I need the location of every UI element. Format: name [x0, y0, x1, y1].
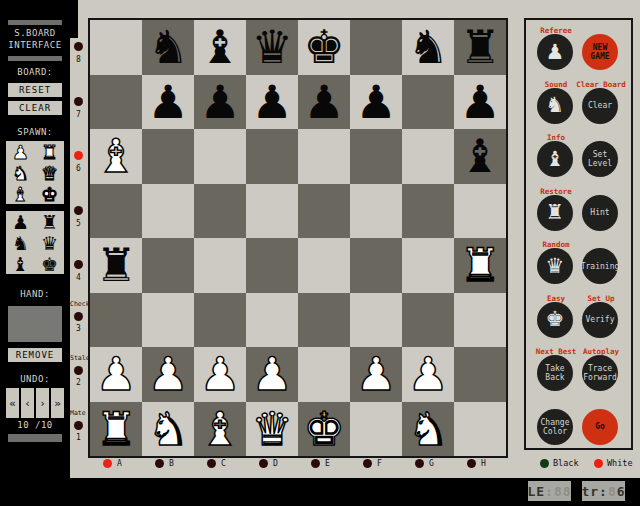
square-f6[interactable] [350, 129, 402, 184]
spawn-white-rook[interactable]: ♜ [41, 142, 58, 162]
spawn-black-knight[interactable]: ♞ [12, 233, 29, 253]
lcd-trace-display: tr:86 [582, 481, 625, 501]
lcd-trace-label: tr: [581, 484, 607, 499]
square-d5[interactable] [246, 184, 298, 239]
white-bishop-piece[interactable]: ♝ [95, 129, 136, 183]
white-king-piece[interactable]: ♚ [303, 402, 344, 456]
spawn-section-label: SPAWN: [0, 127, 70, 137]
square-b6[interactable] [142, 129, 194, 184]
square-e6[interactable] [298, 129, 350, 184]
referee-button[interactable]: ♟ [537, 34, 573, 70]
square-a7[interactable] [90, 75, 142, 130]
redo-button[interactable]: › [36, 388, 49, 418]
hint-button[interactable]: Hint [582, 195, 618, 231]
file-led-d [259, 459, 268, 468]
spawn-white-king[interactable]: ♚ [41, 184, 58, 204]
square-h1[interactable] [454, 402, 506, 457]
black-pawn-piece[interactable]: ♟ [251, 75, 292, 129]
square-g8[interactable]: ♞ [402, 20, 454, 75]
spawn-black-bishop[interactable]: ♝ [12, 254, 29, 274]
change-color-button[interactable]: Change Color [537, 409, 573, 445]
square-g2[interactable]: ♟ [402, 347, 454, 402]
divider-bar [8, 56, 62, 61]
white-knight-piece[interactable]: ♞ [147, 402, 188, 456]
rank-led-4 [74, 260, 83, 269]
file-led-e [311, 459, 320, 468]
rank-led-6 [74, 151, 83, 160]
rank-led-7 [74, 97, 83, 106]
square-c1[interactable]: ♝ [194, 402, 246, 457]
black-knight-piece[interactable]: ♞ [147, 20, 188, 74]
white-rook-piece[interactable]: ♜ [95, 402, 136, 456]
square-d1[interactable]: ♛ [246, 402, 298, 457]
rook-icon: ♜ [546, 202, 565, 223]
divider-bar [8, 434, 62, 442]
rank-led-3 [74, 312, 83, 321]
redo-all-button[interactable]: » [51, 388, 64, 418]
undo-controls: «‹›» [6, 388, 64, 418]
clear-button[interactable]: CLEAR [8, 101, 62, 115]
square-a2[interactable]: ♟ [90, 347, 142, 402]
square-f5[interactable] [350, 184, 402, 239]
square-e4[interactable] [298, 238, 350, 293]
verify-button[interactable]: Verify [582, 302, 618, 338]
square-a3[interactable] [90, 293, 142, 348]
file-coordinate-g: G [429, 459, 434, 468]
bishop-icon: ♝ [546, 149, 565, 170]
undo-all-button[interactable]: « [6, 388, 19, 418]
square-b4[interactable] [142, 238, 194, 293]
bottom-strip: LE:88 tr:86 [0, 478, 640, 506]
training-button[interactable]: Training [582, 248, 618, 284]
square-c8[interactable]: ♝ [194, 20, 246, 75]
undo-section-label: UNDO: [0, 374, 70, 384]
square-g3[interactable] [402, 293, 454, 348]
square-c3[interactable] [194, 293, 246, 348]
rank-led-8 [74, 42, 83, 51]
square-e2[interactable] [298, 347, 350, 402]
square-c7[interactable]: ♟ [194, 75, 246, 130]
square-h7[interactable]: ♟ [454, 75, 506, 130]
square-b8[interactable]: ♞ [142, 20, 194, 75]
black-rook-piece[interactable]: ♜ [459, 20, 500, 74]
queen-icon: ♛ [546, 256, 565, 277]
new-game-button[interactable]: NEW GAME [582, 34, 618, 70]
trace-forward-button[interactable]: Trace Forward [582, 355, 618, 391]
file-led-a [103, 459, 112, 468]
square-a4[interactable]: ♜ [90, 238, 142, 293]
square-a6[interactable]: ♝ [90, 129, 142, 184]
square-b1[interactable]: ♞ [142, 402, 194, 457]
square-a5[interactable] [90, 184, 142, 239]
black-bishop-piece[interactable]: ♝ [459, 129, 500, 183]
rank-coordinate-6: 6 [76, 164, 81, 173]
remove-button[interactable]: REMOVE [8, 348, 62, 362]
square-e7[interactable]: ♟ [298, 75, 350, 130]
white-pawn-piece[interactable]: ♟ [251, 347, 292, 401]
black-pawn-piece[interactable]: ♟ [147, 75, 188, 129]
square-f8[interactable] [350, 20, 402, 75]
white-pawn-piece[interactable]: ♟ [147, 347, 188, 401]
rank-coordinate-1: 1 [76, 433, 81, 442]
file-led-f [363, 459, 372, 468]
square-b2[interactable]: ♟ [142, 347, 194, 402]
square-c6[interactable] [194, 129, 246, 184]
file-coordinate-b: B [169, 459, 174, 468]
square-d7[interactable]: ♟ [246, 75, 298, 130]
legend-white-led [594, 459, 603, 468]
square-g5[interactable] [402, 184, 454, 239]
rank-coordinate-2: 2 [76, 378, 81, 387]
chess-board[interactable]: ♞♝♛♚♞♜♟♟♟♟♟♟♝♝♜♜♟♟♟♟♟♟♜♞♝♛♚♞ [88, 18, 508, 458]
spawn-white-bishop[interactable]: ♝ [12, 184, 29, 204]
lcd-level-display: LE:88 [528, 481, 571, 501]
square-h3[interactable] [454, 293, 506, 348]
legend-black-label: Black [553, 458, 579, 468]
file-led-b [155, 459, 164, 468]
status-label-mate: Mate [70, 409, 86, 417]
sound-button[interactable]: ♞ [537, 88, 573, 124]
rank-coordinate-4: 4 [76, 273, 81, 282]
knight-icon: ♞ [546, 95, 565, 116]
square-h2[interactable] [454, 347, 506, 402]
black-queen-piece[interactable]: ♛ [251, 20, 292, 74]
spawn-palette-white: ♟♜♞♛♝♚ [6, 141, 64, 204]
spawn-palette-black: ♟♜♞♛♝♚ [6, 211, 64, 274]
rank-coordinate-5: 5 [76, 219, 81, 228]
square-h4[interactable]: ♜ [454, 238, 506, 293]
spawn-white-queen[interactable]: ♛ [41, 163, 58, 183]
black-pawn-piece[interactable]: ♟ [459, 75, 500, 129]
file-coordinate-h: H [481, 459, 486, 468]
restore-button[interactable]: ♜ [537, 195, 573, 231]
black-knight-piece[interactable]: ♞ [407, 20, 448, 74]
black-pawn-piece[interactable]: ♟ [303, 75, 344, 129]
king-icon: ♚ [546, 309, 565, 330]
white-pawn-piece[interactable]: ♟ [355, 347, 396, 401]
black-pawn-piece[interactable]: ♟ [199, 75, 240, 129]
rank-led-1 [74, 421, 83, 430]
square-d8[interactable]: ♛ [246, 20, 298, 75]
square-e1[interactable]: ♚ [298, 402, 350, 457]
square-f7[interactable]: ♟ [350, 75, 402, 130]
square-d4[interactable] [246, 238, 298, 293]
white-bishop-piece[interactable]: ♝ [199, 402, 240, 456]
status-label-check: Check [70, 300, 90, 308]
file-led-c [207, 459, 216, 468]
black-bishop-piece[interactable]: ♝ [199, 20, 240, 74]
white-knight-piece[interactable]: ♞ [407, 402, 448, 456]
rank-coordinate-8: 8 [76, 55, 81, 64]
status-label-stale: Stale [70, 354, 90, 362]
rank-coordinate-3: 3 [76, 324, 81, 333]
spawn-white-knight[interactable]: ♞ [12, 163, 29, 183]
info-button[interactable]: ♝ [537, 141, 573, 177]
square-g6[interactable] [402, 129, 454, 184]
square-a8[interactable] [90, 20, 142, 75]
file-coordinate-f: F [377, 459, 382, 468]
square-h5[interactable] [454, 184, 506, 239]
reset-button[interactable]: RESET [8, 83, 62, 97]
white-queen-piece[interactable]: ♛ [251, 402, 292, 456]
sidebar: S.BOARD INTERFACE BOARD: RESET CLEAR SPA… [0, 0, 70, 506]
spawn-white-pawn[interactable]: ♟ [12, 142, 29, 162]
rank-led-2 [74, 366, 83, 375]
square-f4[interactable] [350, 238, 402, 293]
square-h6[interactable]: ♝ [454, 129, 506, 184]
square-b7[interactable]: ♟ [142, 75, 194, 130]
divider-bar [8, 20, 62, 25]
lcd-trace-ghost: 8 [608, 484, 617, 499]
square-a1[interactable]: ♜ [90, 402, 142, 457]
square-h8[interactable]: ♜ [454, 20, 506, 75]
file-led-g [415, 459, 424, 468]
set-level-button[interactable]: Set Level [582, 141, 618, 177]
square-f2[interactable]: ♟ [350, 347, 402, 402]
file-led-h [467, 459, 476, 468]
black-pawn-piece[interactable]: ♟ [355, 75, 396, 129]
go-button[interactable]: Go [582, 409, 618, 445]
file-coordinate-d: D [273, 459, 278, 468]
file-coordinate-c: C [221, 459, 226, 468]
square-b3[interactable] [142, 293, 194, 348]
random-button[interactable]: ♛ [537, 248, 573, 284]
lcd-level-value: LE [527, 484, 545, 499]
take-back-button[interactable]: Take Back [537, 355, 573, 391]
spawn-black-king[interactable]: ♚ [41, 254, 58, 274]
square-c2[interactable]: ♟ [194, 347, 246, 402]
square-c5[interactable] [194, 184, 246, 239]
square-g7[interactable] [402, 75, 454, 130]
undo-button[interactable]: ‹ [21, 388, 34, 418]
square-g1[interactable]: ♞ [402, 402, 454, 457]
pawn-icon: ♟ [546, 42, 565, 63]
app-title-line1: S.BOARD [0, 28, 70, 38]
rank-coordinate-7: 7 [76, 110, 81, 119]
square-d2[interactable]: ♟ [246, 347, 298, 402]
control-panel: Referee♟NEW GAMESoundClear Board♞ClearIn… [524, 18, 633, 450]
black-rook-piece[interactable]: ♜ [95, 238, 136, 292]
sidebar-notch [70, 0, 78, 38]
app-title-line2: INTERFACE [0, 40, 70, 50]
clear-button[interactable]: Clear [582, 88, 618, 124]
white-pawn-piece[interactable]: ♟ [95, 347, 136, 401]
spawn-black-pawn[interactable]: ♟ [12, 212, 29, 232]
square-e3[interactable] [298, 293, 350, 348]
lcd-level-ghost: :88 [545, 484, 571, 499]
undo-counter: 10 /10 [0, 420, 70, 430]
white-pawn-piece[interactable]: ♟ [199, 347, 240, 401]
black-king-piece[interactable]: ♚ [303, 20, 344, 74]
white-pawn-piece[interactable]: ♟ [407, 347, 448, 401]
square-d6[interactable] [246, 129, 298, 184]
board-section-label: BOARD: [0, 67, 70, 77]
lcd-trace-value: 6 [617, 484, 626, 499]
square-f3[interactable] [350, 293, 402, 348]
spawn-black-rook[interactable]: ♜ [41, 212, 58, 232]
square-f1[interactable] [350, 402, 402, 457]
square-e8[interactable]: ♚ [298, 20, 350, 75]
legend-white-label: White [607, 458, 633, 468]
file-coordinate-e: E [325, 459, 330, 468]
square-g4[interactable] [402, 238, 454, 293]
file-coordinate-a: A [117, 459, 122, 468]
square-c4[interactable] [194, 238, 246, 293]
legend-black-led [540, 459, 549, 468]
rank-led-5 [74, 206, 83, 215]
square-e5[interactable] [298, 184, 350, 239]
spawn-black-queen[interactable]: ♛ [41, 233, 58, 253]
white-rook-piece[interactable]: ♜ [459, 238, 500, 292]
hand-section-label: HAND: [0, 289, 70, 299]
square-b5[interactable] [142, 184, 194, 239]
hand-slot[interactable] [8, 306, 62, 342]
easy-button[interactable]: ♚ [537, 302, 573, 338]
square-d3[interactable] [246, 293, 298, 348]
